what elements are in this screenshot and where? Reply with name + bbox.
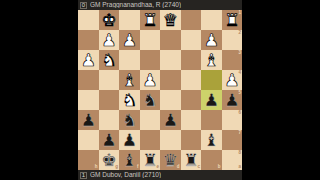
piece-wN-g3: ♞ xyxy=(101,50,116,70)
square-f4[interactable]: ♝ xyxy=(119,70,140,90)
player-bar-top: 0 GM Praggnanandhaa, R (2740) xyxy=(78,0,242,10)
square-d3[interactable] xyxy=(160,50,181,70)
square-g3[interactable]: ♞ xyxy=(99,50,120,70)
square-g7[interactable]: ♟ xyxy=(99,130,120,150)
square-a1[interactable]: ♜1 xyxy=(222,10,243,30)
square-b3[interactable]: ♝ xyxy=(201,50,222,70)
square-f7[interactable]: ♟ xyxy=(119,130,140,150)
square-h8[interactable]: h xyxy=(78,150,99,170)
square-c8[interactable]: ♜c xyxy=(181,150,202,170)
piece-wB-f4: ♝ xyxy=(122,70,137,90)
square-d2[interactable] xyxy=(160,30,181,50)
player-bar-bottom: 1 GM Dubov, Daniil (2710) xyxy=(78,170,242,180)
square-h5[interactable] xyxy=(78,90,99,110)
square-b8[interactable]: b xyxy=(201,150,222,170)
square-a5[interactable]: ♟5 xyxy=(222,90,243,110)
piece-bP-g7: ♟ xyxy=(101,130,116,150)
square-c3[interactable] xyxy=(181,50,202,70)
square-e4[interactable]: ♟ xyxy=(140,70,161,90)
square-h3[interactable]: ♟ xyxy=(78,50,99,70)
piece-wP-g2: ♟ xyxy=(101,30,116,50)
square-h2[interactable] xyxy=(78,30,99,50)
piece-wR-a1: ♜ xyxy=(224,10,239,30)
file-label-c: c xyxy=(197,165,200,170)
square-f3[interactable] xyxy=(119,50,140,70)
file-label-g: g xyxy=(115,165,118,170)
square-c4[interactable] xyxy=(181,70,202,90)
square-f1[interactable] xyxy=(119,10,140,30)
square-g6[interactable] xyxy=(99,110,120,130)
square-h1[interactable] xyxy=(78,10,99,30)
square-a3[interactable]: 3 xyxy=(222,50,243,70)
square-d7[interactable] xyxy=(160,130,181,150)
square-b1[interactable] xyxy=(201,10,222,30)
piece-bB-b7: ♝ xyxy=(204,130,219,150)
square-d8[interactable]: ♛d xyxy=(160,150,181,170)
rank-label-2: 2 xyxy=(238,31,241,36)
rank-label-5: 5 xyxy=(238,91,241,96)
square-b2[interactable]: ♟ xyxy=(201,30,222,50)
square-a2[interactable]: 2 xyxy=(222,30,243,50)
square-h6[interactable]: ♟ xyxy=(78,110,99,130)
square-c7[interactable] xyxy=(181,130,202,150)
square-f6[interactable]: ♞ xyxy=(119,110,140,130)
square-a7[interactable]: 7 xyxy=(222,130,243,150)
rank-label-3: 3 xyxy=(238,51,241,56)
rank-label-4: 4 xyxy=(238,71,241,76)
score-badge-black: 1 xyxy=(80,172,87,179)
square-f5[interactable]: ♞ xyxy=(119,90,140,110)
square-g8[interactable]: ♚g xyxy=(99,150,120,170)
file-label-d: d xyxy=(177,165,180,170)
player-name-black: GM Dubov, Daniil (2710) xyxy=(90,172,161,179)
piece-bR-e8: ♜ xyxy=(142,150,157,170)
piece-wB-b3: ♝ xyxy=(204,50,219,70)
piece-bB-f8: ♝ xyxy=(122,150,137,170)
square-e7[interactable] xyxy=(140,130,161,150)
square-d1[interactable]: ♛ xyxy=(160,10,181,30)
square-h7[interactable] xyxy=(78,130,99,150)
square-d4[interactable] xyxy=(160,70,181,90)
file-label-h: h xyxy=(95,165,98,170)
score-badge-white: 0 xyxy=(80,2,87,9)
piece-bP-b5: ♟ xyxy=(204,90,219,110)
square-a4[interactable]: ♟4 xyxy=(222,70,243,90)
piece-wN-f5: ♞ xyxy=(122,90,137,110)
square-a6[interactable]: 6 xyxy=(222,110,243,130)
rank-label-1: 1 xyxy=(238,11,241,16)
file-label-f: f xyxy=(137,165,139,170)
square-g1[interactable]: ♚ xyxy=(99,10,120,30)
square-g4[interactable] xyxy=(99,70,120,90)
piece-bR-c8: ♜ xyxy=(183,150,198,170)
file-label-e: e xyxy=(156,165,159,170)
square-e5[interactable]: ♞ xyxy=(140,90,161,110)
piece-wP-b2: ♟ xyxy=(204,30,219,50)
player-name-white: GM Praggnanandhaa, R (2740) xyxy=(90,2,181,9)
piece-bQ-d8: ♛ xyxy=(163,150,178,170)
rank-label-6: 6 xyxy=(238,111,241,116)
square-d6[interactable]: ♟ xyxy=(160,110,181,130)
square-b7[interactable]: ♝ xyxy=(201,130,222,150)
piece-bN-e5: ♞ xyxy=(142,90,157,110)
square-d5[interactable] xyxy=(160,90,181,110)
piece-wP-e4: ♟ xyxy=(142,70,157,90)
file-label-a: a xyxy=(238,165,241,170)
piece-bP-d6: ♟ xyxy=(163,110,178,130)
piece-wK-g1: ♚ xyxy=(101,10,116,30)
square-b4[interactable] xyxy=(201,70,222,90)
square-h4[interactable] xyxy=(78,70,99,90)
piece-bP-h6: ♟ xyxy=(81,110,96,130)
square-c1[interactable] xyxy=(181,10,202,30)
piece-wR-e1: ♜ xyxy=(142,10,157,30)
chess-board[interactable]: ♚♜♛♜1♟♟♟2♟♞♝3♝♟♟4♞♞♟♟5♟♞♟6♟♟♝7h♚g♝f♜e♛d♜… xyxy=(78,10,242,170)
square-e1[interactable]: ♜ xyxy=(140,10,161,30)
piece-wP-h3: ♟ xyxy=(81,50,96,70)
video-frame: 0 GM Praggnanandhaa, R (2740) ♚♜♛♜1♟♟♟2♟… xyxy=(0,0,320,180)
piece-bP-a5: ♟ xyxy=(224,90,239,110)
broadcast-panel: 0 GM Praggnanandhaa, R (2740) ♚♜♛♜1♟♟♟2♟… xyxy=(78,0,242,180)
rank-label-8: 8 xyxy=(238,151,241,156)
rank-label-7: 7 xyxy=(238,131,241,136)
piece-bN-f6: ♞ xyxy=(122,110,137,130)
square-g5[interactable] xyxy=(99,90,120,110)
square-c2[interactable] xyxy=(181,30,202,50)
square-f8[interactable]: ♝f xyxy=(119,150,140,170)
square-f2[interactable]: ♟ xyxy=(119,30,140,50)
square-g2[interactable]: ♟ xyxy=(99,30,120,50)
square-c5[interactable] xyxy=(181,90,202,110)
piece-bP-f7: ♟ xyxy=(122,130,137,150)
square-b6[interactable] xyxy=(201,110,222,130)
file-label-b: b xyxy=(218,165,221,170)
square-e3[interactable] xyxy=(140,50,161,70)
piece-wP-f2: ♟ xyxy=(122,30,137,50)
piece-wQ-d1: ♛ xyxy=(163,10,178,30)
square-e8[interactable]: ♜e xyxy=(140,150,161,170)
piece-wP-a4: ♟ xyxy=(224,70,239,90)
square-c6[interactable] xyxy=(181,110,202,130)
square-e6[interactable] xyxy=(140,110,161,130)
piece-bK-g8: ♚ xyxy=(101,150,116,170)
square-a8[interactable]: 8a xyxy=(222,150,243,170)
square-b5[interactable]: ♟ xyxy=(201,90,222,110)
square-e2[interactable] xyxy=(140,30,161,50)
